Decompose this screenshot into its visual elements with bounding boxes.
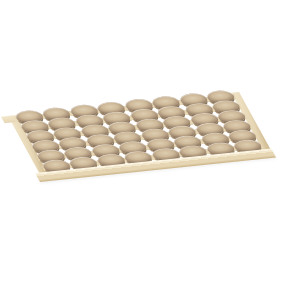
slatted-bed-base	[8, 92, 275, 182]
product-photo-canvas	[0, 0, 284, 284]
